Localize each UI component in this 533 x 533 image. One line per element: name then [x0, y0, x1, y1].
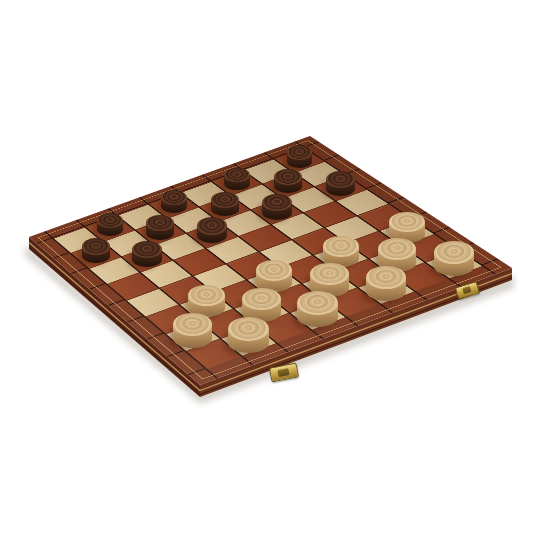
dark-checker-r3c4[interactable] — [197, 217, 227, 243]
checker-top-face — [310, 263, 348, 285]
checker-top-face — [161, 190, 187, 205]
checker-top-face — [228, 317, 269, 341]
dark-checker-r1c2[interactable] — [97, 213, 123, 236]
checker-top-face — [434, 241, 474, 264]
checker-top-face — [224, 168, 250, 183]
dark-checker-r2c1[interactable] — [82, 238, 110, 263]
light-checker-r8c6[interactable] — [366, 266, 406, 301]
checker-top-face — [211, 192, 239, 208]
checker-top-face — [378, 238, 416, 260]
dark-checker-r1c8[interactable] — [287, 145, 312, 167]
light-checker-r8c4[interactable] — [297, 291, 338, 327]
checker-top-face — [132, 241, 162, 258]
dark-checker-r1c4[interactable] — [161, 190, 187, 213]
dark-checker-r3c2[interactable] — [132, 241, 162, 268]
dark-checker-r2c3[interactable] — [146, 215, 174, 240]
checker-top-face — [323, 236, 359, 257]
dark-checker-r1c6[interactable] — [224, 168, 250, 191]
light-checker-r7c1[interactable] — [173, 313, 212, 347]
checker-top-face — [242, 288, 281, 310]
checker-top-face — [262, 194, 292, 211]
checker-top-face — [287, 145, 312, 160]
light-checker-r8c2[interactable] — [228, 317, 269, 353]
dark-checker-r2c5[interactable] — [211, 192, 239, 216]
checker-top-face — [173, 313, 212, 336]
checker-top-face — [188, 285, 225, 306]
checker-top-face — [389, 212, 424, 233]
light-checker-r8c8[interactable] — [434, 241, 474, 276]
dark-checker-r3c8[interactable] — [326, 171, 355, 197]
checker-top-face — [297, 291, 338, 315]
dark-checker-r3c6[interactable] — [262, 194, 292, 220]
checker-top-face — [274, 169, 301, 185]
checker-top-face — [197, 217, 227, 234]
dark-checker-r2c7[interactable] — [274, 169, 301, 193]
product-photo-stage — [0, 0, 533, 533]
checker-top-face — [326, 171, 355, 188]
checker-top-face — [82, 238, 110, 254]
